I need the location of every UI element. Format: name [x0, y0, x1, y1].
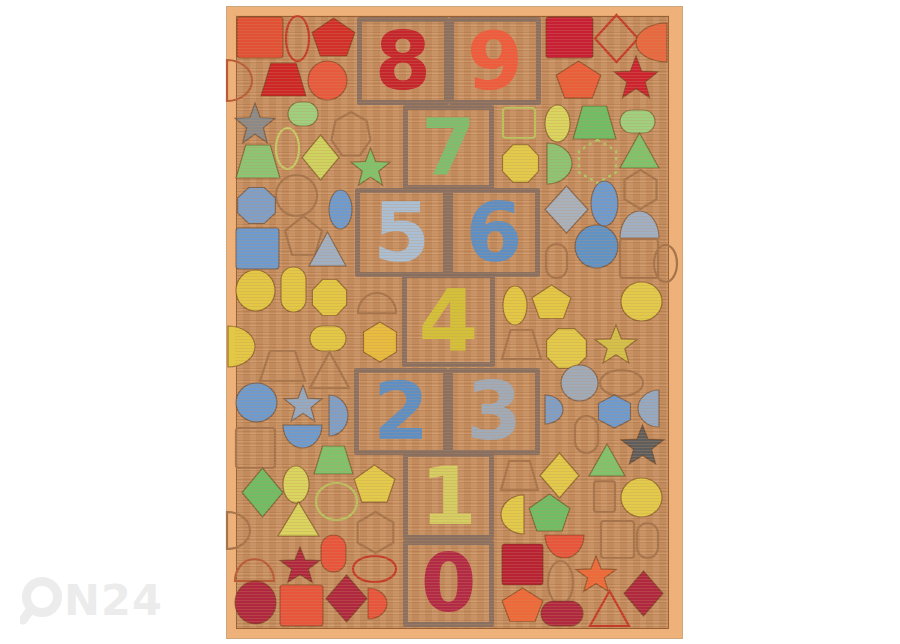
hopscotch-cell-9: 9 — [449, 17, 541, 105]
magnifier-o-icon — [23, 582, 58, 621]
on24-watermark: N24 — [20, 577, 180, 625]
hopscotch-cell-4: 4 — [402, 273, 495, 367]
watermark-text: N24 — [64, 577, 163, 625]
hopscotch-cell-8: 8 — [357, 17, 449, 105]
hopscotch-cell-5: 5 — [355, 188, 448, 277]
hopscotch-cell-1: 1 — [403, 452, 494, 540]
hopscotch-cell-2: 2 — [354, 368, 448, 455]
hopscotch-cell-7: 7 — [403, 105, 494, 190]
hopscotch-court: 8975642310 — [0, 0, 900, 644]
hopscotch-cell-3: 3 — [448, 368, 540, 455]
product-photo: 8975642310 N24 — [0, 0, 900, 644]
hopscotch-cell-0: 0 — [403, 540, 494, 627]
hopscotch-cell-6: 6 — [448, 188, 540, 277]
